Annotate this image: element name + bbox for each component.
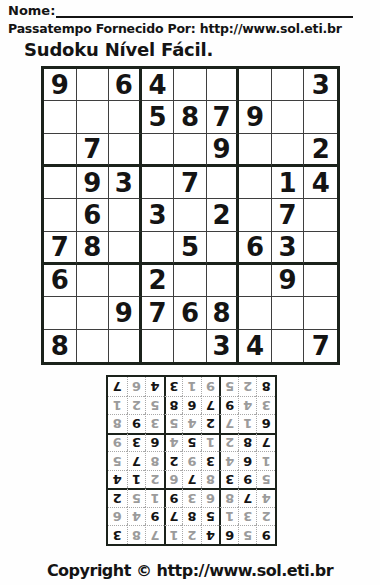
solution-cell-r3c7: 1 (145, 488, 164, 507)
cell-r9c7: 4 (239, 330, 272, 362)
cell-r3c5[interactable] (174, 134, 207, 167)
solution-cell-r8c2: 4 (238, 396, 257, 415)
solution-cell-r2c9: 6 (108, 507, 127, 526)
solution-cell-r4c9: 4 (108, 470, 127, 489)
cell-r3c4[interactable] (142, 134, 175, 167)
solution-cell-r7c4: 2 (201, 414, 220, 433)
cell-r6c2: 8 (77, 232, 110, 265)
solution-cell-r3c6: 9 (164, 488, 183, 507)
name-row: Nome: (8, 3, 353, 18)
cell-r9c8[interactable] (272, 330, 305, 362)
cell-r3c1[interactable] (44, 134, 77, 167)
solution-cell-r5c7: 8 (145, 451, 164, 470)
solution-cell-r2c1: 2 (256, 507, 275, 526)
cell-r1c4: 4 (142, 69, 175, 101)
solution-cell-r5c3: 4 (219, 451, 238, 470)
solution-cell-r4c6: 6 (164, 470, 183, 489)
cell-r2c6: 7 (207, 101, 240, 133)
cell-r8c5: 6 (174, 297, 207, 329)
solution-cell-r4c7: 2 (145, 470, 164, 489)
sudoku-solution-board-rotated-180: 9564217832315879464786391525938762141643… (106, 375, 277, 546)
solution-cell-r1c7: 7 (145, 525, 164, 544)
solution-cell-r8c1: 3 (256, 396, 275, 415)
solution-cell-r3c8: 5 (127, 488, 146, 507)
cell-r4c6[interactable] (207, 167, 240, 199)
solution-cell-r8c8: 2 (127, 396, 146, 415)
solution-cell-r6c2: 8 (238, 433, 257, 452)
cell-r6c4[interactable] (142, 232, 175, 265)
solution-cell-r6c3: 2 (219, 433, 238, 452)
solution-cell-r1c3: 6 (219, 525, 238, 544)
solution-cell-r3c4: 6 (201, 488, 220, 507)
solution-cell-r5c8: 7 (127, 451, 146, 470)
cell-r8c8[interactable] (272, 297, 305, 329)
cell-r4c9: 4 (304, 167, 337, 199)
cell-r4c8: 1 (272, 167, 305, 199)
solution-cell-r9c7: 4 (145, 377, 164, 396)
cell-r9c6: 3 (207, 330, 240, 362)
cell-r7c1: 6 (44, 265, 77, 297)
cell-r3c3[interactable] (109, 134, 142, 167)
cell-r4c3: 3 (109, 167, 142, 199)
solution-cell-r3c3: 8 (219, 488, 238, 507)
cell-r4c1[interactable] (44, 167, 77, 199)
solution-cell-r2c8: 4 (127, 507, 146, 526)
cell-r3c8[interactable] (272, 134, 305, 167)
name-label: Nome: (8, 3, 55, 18)
solution-cell-r2c6: 7 (164, 507, 183, 526)
solution-cell-r8c4: 7 (201, 396, 220, 415)
solution-cell-r5c9: 5 (108, 451, 127, 470)
cell-r8c2[interactable] (77, 297, 110, 329)
solution-cell-r5c4: 3 (201, 451, 220, 470)
solution-cell-r8c3: 9 (219, 396, 238, 415)
sudoku-puzzle-board: 964358797929371463277856362997688347 (41, 66, 340, 365)
cell-r3c2: 7 (77, 134, 110, 167)
cell-r1c3: 6 (109, 69, 142, 101)
cell-r2c3[interactable] (109, 101, 142, 133)
cell-r9c5[interactable] (174, 330, 207, 362)
cell-r1c5[interactable] (174, 69, 207, 101)
solution-cell-r4c4: 8 (201, 470, 220, 489)
solution-cell-r4c3: 3 (219, 470, 238, 489)
solution-cell-r6c1: 7 (256, 433, 275, 452)
solution-cell-r9c6: 3 (164, 377, 183, 396)
cell-r8c9[interactable] (304, 297, 337, 329)
cell-r7c7[interactable] (239, 265, 272, 297)
name-fill-in-line (56, 3, 353, 18)
solution-cell-r9c3: 5 (219, 377, 238, 396)
cell-r6c7: 6 (239, 232, 272, 265)
solution-cell-r7c9: 8 (108, 414, 127, 433)
cell-r4c4[interactable] (142, 167, 175, 199)
cell-r1c2[interactable] (77, 69, 110, 101)
solution-cell-r3c5: 3 (182, 488, 201, 507)
cell-r2c2[interactable] (77, 101, 110, 133)
solution-cell-r5c2: 6 (238, 451, 257, 470)
solution-cell-r2c5: 8 (182, 507, 201, 526)
cell-r7c4: 2 (142, 265, 175, 297)
solution-cell-r1c5: 2 (182, 525, 201, 544)
solution-cell-r9c2: 2 (238, 377, 257, 396)
cell-r5c2: 6 (77, 199, 110, 231)
solution-cell-r1c9: 3 (108, 525, 127, 544)
solution-cell-r8c5: 6 (182, 396, 201, 415)
solution-cell-r7c5: 4 (182, 414, 201, 433)
provided-by-text: Passatempo Fornecido Por: http://www.sol… (8, 21, 380, 36)
solution-cell-r2c3: 1 (219, 507, 238, 526)
solution-cell-r4c2: 9 (238, 470, 257, 489)
cell-r2c4: 5 (142, 101, 175, 133)
cell-r3c9: 2 (304, 134, 337, 167)
cell-r2c1[interactable] (44, 101, 77, 133)
cell-r7c9[interactable] (304, 265, 337, 297)
cell-r5c3[interactable] (109, 199, 142, 231)
solution-cell-r5c1: 1 (256, 451, 275, 470)
solution-cell-r1c1: 9 (256, 525, 275, 544)
solution-cell-r9c1: 8 (256, 377, 275, 396)
cell-r6c3[interactable] (109, 232, 142, 265)
solution-cell-r1c6: 1 (164, 525, 183, 544)
solution-cell-r8c6: 8 (164, 396, 183, 415)
cell-r8c4: 7 (142, 297, 175, 329)
solution-cell-r6c8: 3 (127, 433, 146, 452)
cell-r9c1: 8 (44, 330, 77, 362)
cell-r7c5[interactable] (174, 265, 207, 297)
cell-r5c8: 7 (272, 199, 305, 231)
cell-r8c6: 8 (207, 297, 240, 329)
cell-r9c2[interactable] (77, 330, 110, 362)
solution-cell-r9c5: 1 (182, 377, 201, 396)
cell-r8c1[interactable] (44, 297, 77, 329)
cell-r1c6[interactable] (207, 69, 240, 101)
cell-r6c6[interactable] (207, 232, 240, 265)
solution-cell-r4c8: 1 (127, 470, 146, 489)
solution-cell-r4c1: 5 (256, 470, 275, 489)
cell-r7c2[interactable] (77, 265, 110, 297)
solution-cell-r2c4: 5 (201, 507, 220, 526)
cell-r6c9[interactable] (304, 232, 337, 265)
solution-cell-r7c1: 6 (256, 414, 275, 433)
cell-r3c7[interactable] (239, 134, 272, 167)
cell-r5c6: 2 (207, 199, 240, 231)
cell-r5c4: 3 (142, 199, 175, 231)
solution-cell-r5c6: 2 (164, 451, 183, 470)
cell-r8c3: 9 (109, 297, 142, 329)
cell-r7c6[interactable] (207, 265, 240, 297)
solution-cell-r8c7: 5 (145, 396, 164, 415)
cell-r4c5: 7 (174, 167, 207, 199)
cell-r1c1: 9 (44, 69, 77, 101)
solution-cell-r3c1: 4 (256, 488, 275, 507)
solution-cell-r5c5: 9 (182, 451, 201, 470)
solution-cell-r3c9: 2 (108, 488, 127, 507)
cell-r6c5: 5 (174, 232, 207, 265)
cell-r5c9[interactable] (304, 199, 337, 231)
solution-cell-r9c4: 9 (201, 377, 220, 396)
solution-cell-r6c9: 9 (108, 433, 127, 452)
copyright-text: Copyright © http://www.sol.eti.br (0, 561, 380, 580)
cell-r6c8: 3 (272, 232, 305, 265)
solution-cell-r7c3: 7 (219, 414, 238, 433)
cell-r5c1[interactable] (44, 199, 77, 231)
cell-r8c7[interactable] (239, 297, 272, 329)
solution-cell-r4c5: 7 (182, 470, 201, 489)
cell-r2c8[interactable] (272, 101, 305, 133)
cell-r7c3[interactable] (109, 265, 142, 297)
cell-r1c9: 3 (304, 69, 337, 101)
cell-r2c7: 9 (239, 101, 272, 133)
solution-cell-r1c4: 4 (201, 525, 220, 544)
solution-cell-r1c2: 5 (238, 525, 257, 544)
cell-r4c2: 9 (77, 167, 110, 199)
solution-cell-r1c8: 8 (127, 525, 146, 544)
solution-cell-r6c6: 4 (164, 433, 183, 452)
cell-r7c8: 9 (272, 265, 305, 297)
solution-cell-r7c8: 9 (127, 414, 146, 433)
solution-cell-r6c4: 1 (201, 433, 220, 452)
cell-r2c5: 8 (174, 101, 207, 133)
cell-r1c8[interactable] (272, 69, 305, 101)
solution-cell-r6c5: 5 (182, 433, 201, 452)
solution-cell-r7c2: 1 (238, 414, 257, 433)
solution-cell-r9c9: 7 (108, 377, 127, 396)
solution-cell-r9c8: 6 (127, 377, 146, 396)
cell-r3c6: 9 (207, 134, 240, 167)
cell-r5c7[interactable] (239, 199, 272, 231)
solution-cell-r2c2: 3 (238, 507, 257, 526)
cell-r2c9[interactable] (304, 101, 337, 133)
solution-cell-r2c7: 9 (145, 507, 164, 526)
printable-sudoku-page: Nome: Passatempo Fornecido Por: http://w… (0, 0, 380, 585)
solution-cell-r6c7: 6 (145, 433, 164, 452)
cell-r9c9: 7 (304, 330, 337, 362)
page-title: Sudoku Nível Fácil. (24, 39, 213, 60)
solution-cell-r7c6: 5 (164, 414, 183, 433)
cell-r4c7[interactable] (239, 167, 272, 199)
cell-r9c4[interactable] (142, 330, 175, 362)
cell-r1c7[interactable] (239, 69, 272, 101)
solution-cell-r7c7: 3 (145, 414, 164, 433)
solution-cell-r8c9: 1 (108, 396, 127, 415)
cell-r9c3[interactable] (109, 330, 142, 362)
cell-r6c1: 7 (44, 232, 77, 265)
cell-r5c5[interactable] (174, 199, 207, 231)
solution-cell-r3c2: 7 (238, 488, 257, 507)
